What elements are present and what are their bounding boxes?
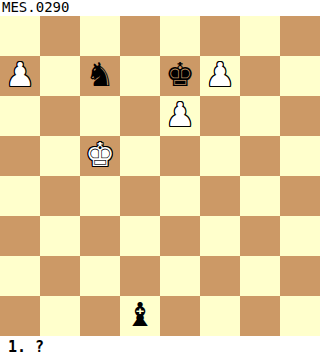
square-f3[interactable] <box>200 216 240 256</box>
square-c1[interactable] <box>80 296 120 336</box>
square-a7[interactable]: ♟ <box>0 56 40 96</box>
square-g5[interactable] <box>240 136 280 176</box>
white-pawn-icon: ♟ <box>165 96 195 135</box>
square-b4[interactable] <box>40 176 80 216</box>
chess-board: ♟♞♚♟♟♚♝ <box>0 16 320 336</box>
square-c5[interactable]: ♚ <box>80 136 120 176</box>
square-d4[interactable] <box>120 176 160 216</box>
square-b3[interactable] <box>40 216 80 256</box>
square-c4[interactable] <box>80 176 120 216</box>
square-e7[interactable]: ♚ <box>160 56 200 96</box>
square-e8[interactable] <box>160 16 200 56</box>
square-h8[interactable] <box>280 16 320 56</box>
square-d6[interactable] <box>120 96 160 136</box>
square-a2[interactable] <box>0 256 40 296</box>
square-a4[interactable] <box>0 176 40 216</box>
square-h7[interactable] <box>280 56 320 96</box>
square-g8[interactable] <box>240 16 280 56</box>
diagram-title: MES.0290 <box>0 0 320 16</box>
square-h2[interactable] <box>280 256 320 296</box>
black-knight-icon: ♞ <box>85 56 115 95</box>
square-c2[interactable] <box>80 256 120 296</box>
square-d2[interactable] <box>120 256 160 296</box>
square-b8[interactable] <box>40 16 80 56</box>
square-b6[interactable] <box>40 96 80 136</box>
square-e1[interactable] <box>160 296 200 336</box>
square-d1[interactable]: ♝ <box>120 296 160 336</box>
square-e3[interactable] <box>160 216 200 256</box>
square-b5[interactable] <box>40 136 80 176</box>
square-h3[interactable] <box>280 216 320 256</box>
square-f8[interactable] <box>200 16 240 56</box>
square-g2[interactable] <box>240 256 280 296</box>
square-d7[interactable] <box>120 56 160 96</box>
square-d3[interactable] <box>120 216 160 256</box>
square-f5[interactable] <box>200 136 240 176</box>
square-a1[interactable] <box>0 296 40 336</box>
square-c6[interactable] <box>80 96 120 136</box>
square-d5[interactable] <box>120 136 160 176</box>
move-prompt: 1. ? <box>0 336 320 360</box>
square-g4[interactable] <box>240 176 280 216</box>
square-f7[interactable]: ♟ <box>200 56 240 96</box>
square-b1[interactable] <box>40 296 80 336</box>
square-e6[interactable]: ♟ <box>160 96 200 136</box>
square-f6[interactable] <box>200 96 240 136</box>
square-g6[interactable] <box>240 96 280 136</box>
square-b2[interactable] <box>40 256 80 296</box>
square-c8[interactable] <box>80 16 120 56</box>
square-c3[interactable] <box>80 216 120 256</box>
black-bishop-icon: ♝ <box>125 296 155 335</box>
square-d8[interactable] <box>120 16 160 56</box>
square-h6[interactable] <box>280 96 320 136</box>
square-a3[interactable] <box>0 216 40 256</box>
square-f4[interactable] <box>200 176 240 216</box>
black-king-icon: ♚ <box>165 56 195 95</box>
square-g7[interactable] <box>240 56 280 96</box>
square-f1[interactable] <box>200 296 240 336</box>
square-h4[interactable] <box>280 176 320 216</box>
square-a5[interactable] <box>0 136 40 176</box>
square-e2[interactable] <box>160 256 200 296</box>
square-f2[interactable] <box>200 256 240 296</box>
square-h1[interactable] <box>280 296 320 336</box>
square-g1[interactable] <box>240 296 280 336</box>
white-king-icon: ♚ <box>85 136 115 175</box>
square-e4[interactable] <box>160 176 200 216</box>
square-c7[interactable]: ♞ <box>80 56 120 96</box>
square-a8[interactable] <box>0 16 40 56</box>
square-b7[interactable] <box>40 56 80 96</box>
square-h5[interactable] <box>280 136 320 176</box>
chess-diagram-page: MES.0290 ♟♞♚♟♟♚♝ 1. ? <box>0 0 320 360</box>
square-a6[interactable] <box>0 96 40 136</box>
white-pawn-icon: ♟ <box>5 56 35 95</box>
square-e5[interactable] <box>160 136 200 176</box>
white-pawn-icon: ♟ <box>205 56 235 95</box>
square-g3[interactable] <box>240 216 280 256</box>
